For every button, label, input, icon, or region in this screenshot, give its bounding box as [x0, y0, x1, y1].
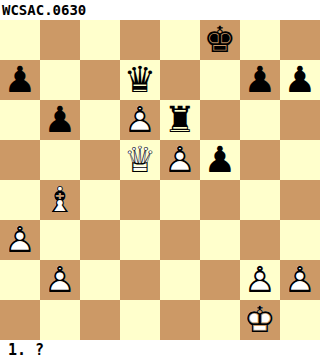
white-pawn: ♙: [0, 220, 40, 260]
square-f1[interactable]: [200, 300, 240, 340]
black-pawn: ♟: [40, 100, 80, 140]
square-g7[interactable]: ♟: [240, 60, 280, 100]
square-e3[interactable]: [160, 220, 200, 260]
square-h2[interactable]: ♟♙: [280, 260, 320, 300]
square-h8[interactable]: [280, 20, 320, 60]
square-c4[interactable]: [80, 180, 120, 220]
square-h5[interactable]: [280, 140, 320, 180]
white-queen: ♕: [120, 140, 160, 180]
square-c7[interactable]: [80, 60, 120, 100]
square-a3[interactable]: ♟♙: [0, 220, 40, 260]
square-g2[interactable]: ♟♙: [240, 260, 280, 300]
square-g5[interactable]: [240, 140, 280, 180]
square-c5[interactable]: [80, 140, 120, 180]
square-d6[interactable]: ♟♙: [120, 100, 160, 140]
square-c2[interactable]: [80, 260, 120, 300]
square-f7[interactable]: [200, 60, 240, 100]
square-a8[interactable]: [0, 20, 40, 60]
square-e7[interactable]: [160, 60, 200, 100]
square-b7[interactable]: [40, 60, 80, 100]
white-pawn: ♙: [280, 260, 320, 300]
square-d4[interactable]: [120, 180, 160, 220]
square-d2[interactable]: [120, 260, 160, 300]
black-queen: ♛: [120, 60, 160, 100]
square-a7[interactable]: ♟: [0, 60, 40, 100]
white-pawn: ♙: [160, 140, 200, 180]
black-rook: ♜: [160, 100, 200, 140]
square-g8[interactable]: [240, 20, 280, 60]
title-bar: WCSAC.0630: [0, 0, 320, 20]
square-h4[interactable]: [280, 180, 320, 220]
square-a6[interactable]: [0, 100, 40, 140]
black-pawn: ♟: [280, 60, 320, 100]
square-f6[interactable]: [200, 100, 240, 140]
black-king: ♚: [200, 20, 240, 60]
square-e5[interactable]: ♟♙: [160, 140, 200, 180]
square-a1[interactable]: [0, 300, 40, 340]
square-d7[interactable]: ♛: [120, 60, 160, 100]
square-g1[interactable]: ♚♔: [240, 300, 280, 340]
square-d5[interactable]: ♛♕: [120, 140, 160, 180]
square-b1[interactable]: [40, 300, 80, 340]
square-b6[interactable]: ♟: [40, 100, 80, 140]
square-b3[interactable]: [40, 220, 80, 260]
square-g4[interactable]: [240, 180, 280, 220]
black-pawn: ♟: [240, 60, 280, 100]
square-h7[interactable]: ♟: [280, 60, 320, 100]
square-h3[interactable]: [280, 220, 320, 260]
square-e4[interactable]: [160, 180, 200, 220]
square-a4[interactable]: [0, 180, 40, 220]
square-c8[interactable]: [80, 20, 120, 60]
square-d8[interactable]: [120, 20, 160, 60]
square-c6[interactable]: [80, 100, 120, 140]
black-pawn: ♟: [0, 60, 40, 100]
square-g6[interactable]: [240, 100, 280, 140]
square-h1[interactable]: [280, 300, 320, 340]
square-a5[interactable]: [0, 140, 40, 180]
square-f2[interactable]: [200, 260, 240, 300]
square-b5[interactable]: [40, 140, 80, 180]
square-g3[interactable]: [240, 220, 280, 260]
square-d1[interactable]: [120, 300, 160, 340]
square-e8[interactable]: [160, 20, 200, 60]
white-king: ♔: [240, 300, 280, 340]
square-h6[interactable]: [280, 100, 320, 140]
white-bishop: ♗: [40, 180, 80, 220]
square-e2[interactable]: [160, 260, 200, 300]
square-c3[interactable]: [80, 220, 120, 260]
square-a2[interactable]: [0, 260, 40, 300]
square-b2[interactable]: ♟♙: [40, 260, 80, 300]
square-e1[interactable]: [160, 300, 200, 340]
square-f5[interactable]: ♟: [200, 140, 240, 180]
square-f3[interactable]: [200, 220, 240, 260]
square-b4[interactable]: ♝♗: [40, 180, 80, 220]
square-d3[interactable]: [120, 220, 160, 260]
white-pawn: ♙: [240, 260, 280, 300]
white-pawn: ♙: [120, 100, 160, 140]
square-b8[interactable]: [40, 20, 80, 60]
white-pawn: ♙: [40, 260, 80, 300]
square-f4[interactable]: [200, 180, 240, 220]
chess-board: ♚♟♛♟♟♟♟♙♜♛♕♟♙♟♝♗♟♙♟♙♟♙♟♙♚♔: [0, 20, 320, 340]
square-c1[interactable]: [80, 300, 120, 340]
black-pawn: ♟: [200, 140, 240, 180]
square-e6[interactable]: ♜: [160, 100, 200, 140]
square-f8[interactable]: ♚: [200, 20, 240, 60]
move-prompt: 1. ?: [0, 340, 320, 360]
